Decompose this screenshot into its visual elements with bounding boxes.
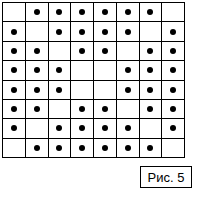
dot — [79, 106, 85, 112]
puzzle-grid — [2, 2, 185, 158]
dot — [102, 145, 108, 151]
grid-cell-r2c5 — [94, 22, 116, 40]
dot — [56, 145, 62, 151]
grid-cell-r5c1 — [3, 81, 25, 99]
dot — [170, 67, 176, 73]
dot — [170, 48, 176, 54]
grid-cell-r8c2 — [26, 139, 48, 157]
grid-cell-r6c8 — [162, 100, 184, 118]
figure-caption-box: Рис. 5 — [140, 166, 192, 188]
grid-cell-r1c2 — [26, 3, 48, 21]
dot — [34, 106, 40, 112]
grid-cell-r1c3 — [49, 3, 71, 21]
dot — [170, 87, 176, 93]
grid-cell-r4c8 — [162, 61, 184, 79]
grid-cell-r7c4 — [71, 119, 93, 137]
grid-cell-r6c5 — [94, 100, 116, 118]
dot — [11, 48, 17, 54]
grid-cell-r8c8 — [162, 139, 184, 157]
grid-cell-r5c4 — [71, 81, 93, 99]
dot — [34, 9, 40, 15]
dot — [147, 9, 153, 15]
grid-cell-r7c5 — [94, 119, 116, 137]
dot — [11, 87, 17, 93]
grid-cell-r3c8 — [162, 42, 184, 60]
grid-cell-r4c7 — [140, 61, 162, 79]
dot — [147, 145, 153, 151]
dot — [170, 29, 176, 35]
grid-cell-r5c3 — [49, 81, 71, 99]
grid-cell-r1c8 — [162, 3, 184, 21]
dot — [56, 87, 62, 93]
grid-cell-r5c7 — [140, 81, 162, 99]
dot — [11, 106, 17, 112]
grid-cell-r7c6 — [117, 119, 139, 137]
grid-cell-r8c1 — [3, 139, 25, 157]
grid-cell-r4c2 — [26, 61, 48, 79]
dot — [102, 106, 108, 112]
grid-cell-r7c2 — [26, 119, 48, 137]
grid-cell-r3c4 — [71, 42, 93, 60]
grid-cell-r3c5 — [94, 42, 116, 60]
grid-cell-r3c7 — [140, 42, 162, 60]
grid-cell-r4c3 — [49, 61, 71, 79]
grid-cell-r7c1 — [3, 119, 25, 137]
dot — [79, 48, 85, 54]
grid-cell-r3c2 — [26, 42, 48, 60]
dot — [147, 106, 153, 112]
grid-cell-r5c2 — [26, 81, 48, 99]
grid-cell-r8c4 — [71, 139, 93, 157]
grid-cell-r1c5 — [94, 3, 116, 21]
grid-cell-r3c6 — [117, 42, 139, 60]
grid-cell-r7c7 — [140, 119, 162, 137]
grid-cell-r3c3 — [49, 42, 71, 60]
dot — [56, 29, 62, 35]
grid-cell-r8c3 — [49, 139, 71, 157]
grid-cell-r2c2 — [26, 22, 48, 40]
grid-cell-r1c4 — [71, 3, 93, 21]
figure-caption-label: Рис. 5 — [148, 170, 185, 185]
grid-cell-r5c6 — [117, 81, 139, 99]
grid-cell-r1c1 — [3, 3, 25, 21]
dot — [34, 87, 40, 93]
grid-cell-r2c4 — [71, 22, 93, 40]
dot — [125, 125, 131, 131]
grid-cell-r8c5 — [94, 139, 116, 157]
grid-cell-r4c6 — [117, 61, 139, 79]
grid-cell-r4c1 — [3, 61, 25, 79]
dot — [56, 9, 62, 15]
grid-cell-r7c3 — [49, 119, 71, 137]
grid-cell-r2c8 — [162, 22, 184, 40]
dot — [147, 87, 153, 93]
dot — [125, 87, 131, 93]
grid-cell-r4c5 — [94, 61, 116, 79]
dot — [34, 48, 40, 54]
dot — [79, 145, 85, 151]
grid-cell-r4c4 — [71, 61, 93, 79]
dot — [11, 125, 17, 131]
grid-cell-r6c7 — [140, 100, 162, 118]
dot — [102, 125, 108, 131]
dot — [147, 67, 153, 73]
dot — [56, 67, 62, 73]
grid-cell-r5c5 — [94, 81, 116, 99]
dot — [147, 48, 153, 54]
grid-cell-r1c7 — [140, 3, 162, 21]
grid-cell-r2c1 — [3, 22, 25, 40]
dot — [125, 67, 131, 73]
grid-cell-r5c8 — [162, 81, 184, 99]
grid-cell-r8c6 — [117, 139, 139, 157]
dot — [34, 67, 40, 73]
dot — [56, 125, 62, 131]
dot — [79, 125, 85, 131]
dot — [125, 29, 131, 35]
dot — [125, 9, 131, 15]
grid-cell-r7c8 — [162, 119, 184, 137]
grid-cell-r1c6 — [117, 3, 139, 21]
dot — [11, 67, 17, 73]
grid-cell-r2c6 — [117, 22, 139, 40]
grid-cell-r3c1 — [3, 42, 25, 60]
grid-cell-r6c3 — [49, 100, 71, 118]
dot — [102, 29, 108, 35]
grid-cell-r6c2 — [26, 100, 48, 118]
dot — [34, 145, 40, 151]
dot — [11, 29, 17, 35]
dot — [170, 125, 176, 131]
dot — [102, 48, 108, 54]
grid-cell-r2c3 — [49, 22, 71, 40]
dot — [79, 9, 85, 15]
dot — [125, 145, 131, 151]
grid-cell-r6c1 — [3, 100, 25, 118]
grid-cell-r8c7 — [140, 139, 162, 157]
dot — [79, 29, 85, 35]
grid-cell-r6c6 — [117, 100, 139, 118]
grid-cell-r6c4 — [71, 100, 93, 118]
grid-cell-r2c7 — [140, 22, 162, 40]
dot — [170, 106, 176, 112]
dot — [102, 9, 108, 15]
